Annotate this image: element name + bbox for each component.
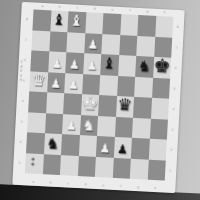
coord-label: 1 (167, 160, 174, 181)
square-g6: ♞ (135, 56, 154, 77)
coord-label: c (69, 5, 87, 11)
coord-label: g (129, 185, 147, 191)
square-d5 (82, 74, 101, 95)
coord-label: a (24, 179, 42, 185)
board-photo: abcdefgh abcdefgh 87654321 87654321 CHES… (0, 0, 200, 200)
square-b2: ♞ (43, 133, 62, 154)
square-c1 (60, 155, 79, 176)
square-f6 (118, 55, 137, 76)
square-h2 (148, 139, 167, 160)
white-queen-a5: ♛ (29, 72, 47, 89)
black-queen-f4: ♛ (116, 97, 134, 114)
coord-label: b (51, 4, 69, 10)
white-pawn-b5: ♟ (47, 77, 65, 90)
square-a7 (31, 30, 50, 51)
coord-label: 7 (173, 37, 180, 58)
coord-label: 5 (171, 78, 178, 99)
coord-label: 6 (172, 58, 179, 79)
square-d6: ♟ (83, 53, 102, 74)
coord-label: e (103, 7, 121, 13)
black-bishop-b8: ♝ (50, 12, 68, 28)
square-a3 (27, 112, 46, 133)
square-e4 (98, 95, 117, 116)
chess-board: ♝♝♟♟♟♟♝♞♚♛♟♟♚♛♟♞♞♟♟◈ ◈ (25, 9, 173, 180)
square-f7 (119, 35, 138, 56)
coord-label: 1 (16, 152, 23, 173)
white-bishop-c8: ♝ (68, 13, 86, 29)
coord-label: b (42, 180, 60, 186)
coord-label: 4 (170, 99, 177, 120)
square-h1 (147, 159, 166, 180)
square-c7 (66, 32, 85, 53)
square-g3 (132, 117, 151, 138)
white-knight-d3: ♞ (80, 118, 98, 133)
black-knight-b2: ♞ (44, 136, 62, 151)
coord-label: e (94, 183, 112, 189)
square-a6 (30, 50, 49, 71)
square-g7 (136, 35, 155, 56)
square-g4 (133, 97, 152, 118)
square-b4 (46, 92, 65, 113)
square-b6: ♟ (48, 51, 67, 72)
square-h5 (152, 77, 171, 98)
white-pawn-d6: ♟ (83, 59, 101, 72)
square-c5: ♟ (64, 73, 83, 94)
square-f3 (114, 116, 133, 137)
square-e8 (102, 13, 121, 34)
square-d2 (78, 135, 97, 156)
square-d3: ♞ (80, 115, 99, 136)
square-f2: ♟ (113, 137, 132, 158)
coord-label: d (86, 6, 104, 12)
square-d4: ♚ (81, 94, 100, 115)
square-b7 (49, 31, 68, 52)
square-f1 (112, 157, 131, 178)
square-d7: ♟ (84, 33, 103, 54)
coord-label: 3 (169, 119, 176, 140)
coord-label: 2 (168, 140, 175, 161)
coord-label: 8 (23, 9, 30, 30)
white-pawn-d7: ♟ (84, 38, 102, 51)
coord-label: 2 (17, 132, 24, 153)
square-e7 (101, 34, 120, 55)
corner-emblem: ◈ ◈ (27, 156, 38, 168)
black-knight-g6: ♞ (135, 59, 153, 74)
black-king-h6: ♚ (153, 55, 171, 75)
square-a2 (26, 132, 45, 153)
square-f5 (117, 75, 136, 96)
square-e6: ♝ (100, 54, 119, 75)
square-a8 (32, 9, 51, 30)
square-a1: ◈ ◈ (25, 153, 44, 174)
square-a4 (28, 91, 47, 112)
white-pawn-b6: ♟ (48, 57, 66, 70)
coord-label: f (121, 8, 139, 14)
coord-label: f (112, 184, 130, 190)
square-b8: ♝ (50, 10, 69, 31)
square-h6: ♚ (153, 57, 172, 78)
square-e1 (95, 156, 114, 177)
coord-label: h (147, 186, 165, 192)
square-b5: ♟ (47, 72, 66, 93)
chess-mat: abcdefgh abcdefgh 87654321 87654321 CHES… (12, 2, 184, 193)
square-g1 (130, 158, 149, 179)
square-e5 (99, 75, 118, 96)
white-pawn-c3: ♟ (62, 119, 80, 132)
black-pawn-f2: ♟ (114, 142, 132, 155)
square-b3 (45, 113, 64, 134)
coord-label: c (59, 181, 77, 187)
square-g8 (137, 15, 156, 36)
square-e2: ♟ (96, 136, 115, 157)
square-d1 (77, 156, 96, 177)
coord-label: 8 (174, 17, 181, 38)
coord-label: d (77, 182, 95, 188)
square-h8 (155, 16, 174, 37)
coord-label: a (34, 3, 52, 9)
coord-label: g (138, 9, 156, 15)
square-h3 (149, 118, 168, 139)
square-c8: ♝ (67, 11, 86, 32)
coord-label: 7 (22, 29, 29, 50)
white-king-d4: ♚ (81, 93, 99, 113)
square-c6: ♟ (65, 52, 84, 73)
square-c3: ♟ (62, 114, 81, 135)
square-d8 (85, 12, 104, 33)
square-b1 (42, 154, 61, 175)
square-h4 (150, 98, 169, 119)
square-a5: ♛ (29, 71, 48, 92)
coord-label: h (156, 10, 174, 16)
coord-label: 4 (19, 91, 26, 112)
square-c2 (61, 134, 80, 155)
square-h7 (154, 36, 173, 57)
square-c4 (63, 93, 82, 114)
white-pawn-c5: ♟ (64, 78, 82, 91)
white-pawn-c6: ♟ (65, 58, 83, 71)
square-g2 (131, 138, 150, 159)
square-f8 (120, 14, 139, 35)
square-g5 (134, 76, 153, 97)
square-f4: ♛ (116, 96, 135, 117)
square-e3 (97, 116, 116, 137)
black-bishop-e6: ♝ (100, 56, 118, 72)
coord-label: 3 (18, 111, 25, 132)
white-pawn-e2: ♟ (96, 141, 114, 154)
